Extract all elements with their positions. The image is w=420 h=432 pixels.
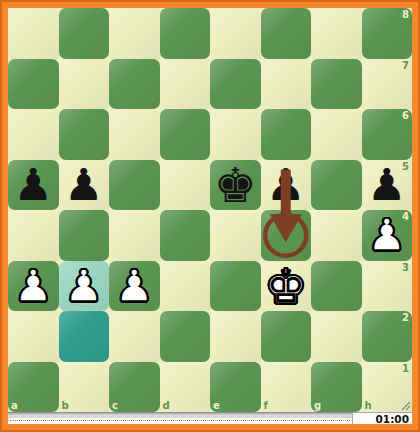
square-e2[interactable] xyxy=(210,311,261,362)
square-h2[interactable]: 2 xyxy=(362,311,413,362)
rank-label-3: 3 xyxy=(402,262,409,273)
clock: 01:00 xyxy=(352,412,412,424)
rank-label-8: 8 xyxy=(402,9,409,20)
black-pawn-b5[interactable]: ♟ xyxy=(59,160,110,211)
square-a5[interactable]: ♟ xyxy=(8,160,59,211)
window-frame: 876♟♟♚♟5♟4♟♟♟♟♚32abcdefgh1 01:00 xyxy=(0,0,420,432)
square-b4[interactable] xyxy=(59,210,110,261)
rank-label-4: 4 xyxy=(402,211,409,222)
square-e1[interactable]: e xyxy=(210,362,261,413)
file-label-c: c xyxy=(112,400,118,411)
board-resize-handle[interactable] xyxy=(399,399,411,411)
square-e8[interactable] xyxy=(210,8,261,59)
square-b2[interactable] xyxy=(59,311,110,362)
square-d8[interactable] xyxy=(160,8,211,59)
square-d2[interactable] xyxy=(160,311,211,362)
square-a1[interactable]: a xyxy=(8,362,59,413)
rank-label-2: 2 xyxy=(402,312,409,323)
square-g8[interactable] xyxy=(311,8,362,59)
file-label-f: f xyxy=(264,400,268,411)
black-pawn-f5[interactable]: ♟ xyxy=(261,160,312,211)
square-a7[interactable] xyxy=(8,59,59,110)
square-e6[interactable] xyxy=(210,109,261,160)
dotted-separator xyxy=(8,418,352,424)
square-g4[interactable] xyxy=(311,210,362,261)
square-c3[interactable]: ♟ xyxy=(109,261,160,312)
square-a6[interactable] xyxy=(8,109,59,160)
file-label-a: a xyxy=(11,400,18,411)
square-g1[interactable]: g xyxy=(311,362,362,413)
square-e4[interactable] xyxy=(210,210,261,261)
square-h3[interactable]: 3 xyxy=(362,261,413,312)
rank-label-1: 1 xyxy=(402,363,409,374)
square-g7[interactable] xyxy=(311,59,362,110)
square-c1[interactable]: c xyxy=(109,362,160,413)
square-b8[interactable] xyxy=(59,8,110,59)
square-c8[interactable] xyxy=(109,8,160,59)
square-f5[interactable]: ♟ xyxy=(261,160,312,211)
square-a3[interactable]: ♟ xyxy=(8,261,59,312)
square-a2[interactable] xyxy=(8,311,59,362)
square-f2[interactable] xyxy=(261,311,312,362)
square-a4[interactable] xyxy=(8,210,59,261)
square-e7[interactable] xyxy=(210,59,261,110)
square-d5[interactable] xyxy=(160,160,211,211)
square-d6[interactable] xyxy=(160,109,211,160)
square-g3[interactable] xyxy=(311,261,362,312)
square-d7[interactable] xyxy=(160,59,211,110)
square-g5[interactable] xyxy=(311,160,362,211)
file-label-h: h xyxy=(365,400,372,411)
file-label-b: b xyxy=(62,400,69,411)
square-f4[interactable] xyxy=(261,210,312,261)
square-b6[interactable] xyxy=(59,109,110,160)
white-pawn-c3[interactable]: ♟ xyxy=(109,261,160,312)
square-h4[interactable]: 4♟ xyxy=(362,210,413,261)
square-d1[interactable]: d xyxy=(160,362,211,413)
square-c5[interactable] xyxy=(109,160,160,211)
square-b3[interactable]: ♟ xyxy=(59,261,110,312)
square-g2[interactable] xyxy=(311,311,362,362)
square-d4[interactable] xyxy=(160,210,211,261)
square-c4[interactable] xyxy=(109,210,160,261)
rank-label-6: 6 xyxy=(402,110,409,121)
rank-label-7: 7 xyxy=(402,60,409,71)
board-container: 876♟♟♚♟5♟4♟♟♟♟♚32abcdefgh1 xyxy=(8,8,412,412)
square-g6[interactable] xyxy=(311,109,362,160)
file-label-d: d xyxy=(163,400,170,411)
clock-time: 01:00 xyxy=(376,413,409,425)
square-b5[interactable]: ♟ xyxy=(59,160,110,211)
square-f3[interactable]: ♚ xyxy=(261,261,312,312)
square-b7[interactable] xyxy=(59,59,110,110)
square-e3[interactable] xyxy=(210,261,261,312)
square-h8[interactable]: 8 xyxy=(362,8,413,59)
square-c7[interactable] xyxy=(109,59,160,110)
square-d3[interactable] xyxy=(160,261,211,312)
file-label-e: e xyxy=(213,400,220,411)
square-f6[interactable] xyxy=(261,109,312,160)
square-h7[interactable]: 7 xyxy=(362,59,413,110)
square-a8[interactable] xyxy=(8,8,59,59)
rank-label-5: 5 xyxy=(402,161,409,172)
square-c6[interactable] xyxy=(109,109,160,160)
square-h6[interactable]: 6 xyxy=(362,109,413,160)
square-c2[interactable] xyxy=(109,311,160,362)
square-b1[interactable]: b xyxy=(59,362,110,413)
black-pawn-a5[interactable]: ♟ xyxy=(8,160,59,211)
square-h5[interactable]: 5♟ xyxy=(362,160,413,211)
white-pawn-a3[interactable]: ♟ xyxy=(8,261,59,312)
square-f1[interactable]: f xyxy=(261,362,312,413)
black-king-e5[interactable]: ♚ xyxy=(210,160,261,211)
white-king-f3[interactable]: ♚ xyxy=(261,261,312,312)
footer: 01:00 xyxy=(8,412,412,424)
square-f8[interactable] xyxy=(261,8,312,59)
chess-board[interactable]: 876♟♟♚♟5♟4♟♟♟♟♚32abcdefgh1 xyxy=(8,8,412,412)
file-label-g: g xyxy=(314,400,321,411)
square-f7[interactable] xyxy=(261,59,312,110)
square-e5[interactable]: ♚ xyxy=(210,160,261,211)
white-pawn-b3[interactable]: ♟ xyxy=(59,261,110,312)
